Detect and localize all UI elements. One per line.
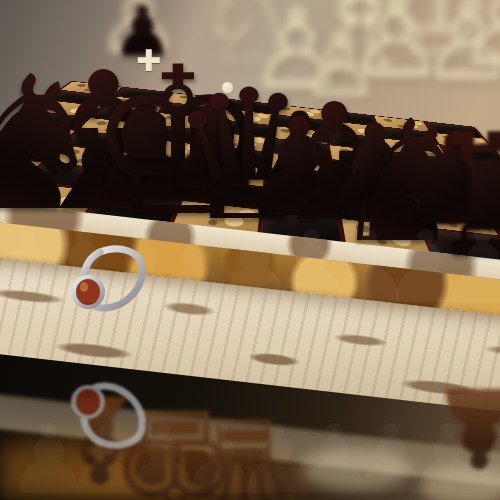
black-rook: ♜ [424, 112, 500, 280]
amber-cabochon [76, 279, 100, 305]
reflected-clasp [62, 358, 172, 448]
refl-queen: ♛ [186, 400, 303, 500]
white-pawn-h: ♙ [456, 0, 500, 83]
king-cross-finial: ✚ [136, 46, 161, 76]
queen-ball-finial [222, 82, 233, 93]
reflected-white-piece-blob [300, 448, 410, 490]
chess-set-photo: ♙♘♙♗♙♔♙♙♙ ♝♚♛♟ ♟♞♝♟♚♟♛♟♝♟♞♟♜ ✚ ♟♟♟♟♟♟♟♟♟… [0, 0, 500, 500]
refl-pawn: ♟ [430, 372, 500, 482]
